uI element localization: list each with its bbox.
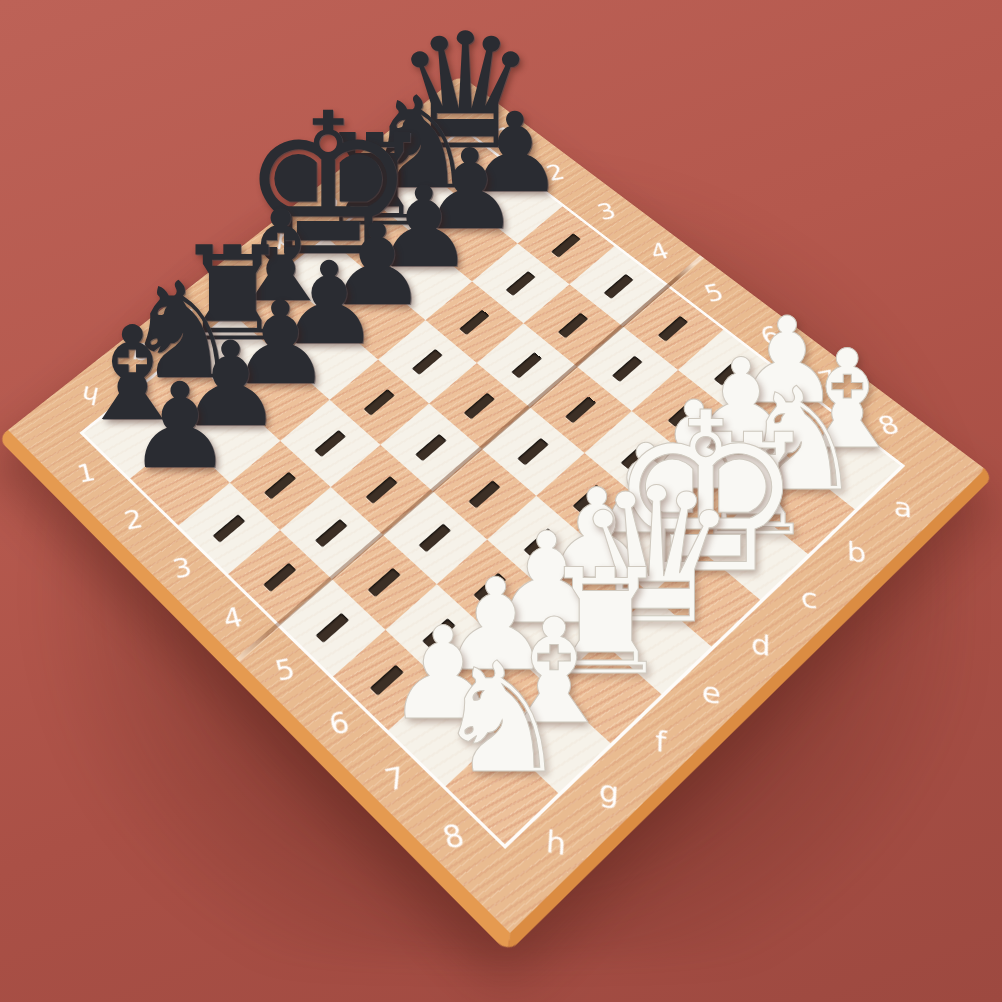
piece-white-knight-h8[interactable]: ♞ — [434, 642, 570, 794]
rank-label-3-bottom-left: 3 — [170, 553, 194, 582]
piece-slot — [368, 567, 401, 596]
piece-slot — [604, 273, 634, 298]
rank-label-8-bottom-left: 8 — [439, 819, 468, 853]
piece-slot — [315, 518, 348, 547]
piece-slot — [263, 562, 296, 591]
rank-label-1-bottom-left: 1 — [75, 459, 98, 486]
piece-slot — [264, 471, 296, 499]
file-label-a-bottom-right: a — [893, 493, 913, 521]
file-label-e-bottom-right: e — [702, 677, 722, 708]
piece-slot — [558, 312, 588, 338]
piece-slot — [366, 475, 398, 503]
piece-slot — [658, 315, 688, 341]
file-label-g-bottom-right: g — [599, 775, 620, 808]
piece-slot — [506, 270, 536, 295]
piece-slot — [419, 523, 452, 552]
file-label-h-bottom-right: h — [546, 826, 568, 860]
file-label-f-bottom-right: f — [655, 726, 667, 757]
rank-label-7-bottom-left: 7 — [381, 762, 409, 795]
piece-slot — [213, 514, 246, 542]
piece-slot — [468, 480, 500, 508]
piece-slot — [314, 429, 346, 456]
rank-label-4-top-right: 4 — [646, 239, 672, 263]
piece-slot — [551, 233, 581, 257]
photo-scene: 1122334455667788aabbccddeeffgghh ♛♞♟♜♟♚♟… — [0, 0, 1002, 1002]
file-label-d-bottom-right: d — [751, 629, 771, 659]
rank-label-6-bottom-left: 6 — [325, 707, 352, 739]
file-label-b-bottom-right: b — [847, 537, 867, 566]
rank-label-5-bottom-left: 5 — [272, 654, 298, 685]
rank-label-5-top-right: 5 — [700, 280, 727, 305]
piece-slot — [517, 437, 549, 465]
piece-slot — [412, 348, 443, 374]
piece-slot — [464, 392, 495, 419]
rank-label-3-top-right: 3 — [594, 199, 619, 223]
piece-slot — [511, 352, 542, 378]
piece-black-pawn-h2[interactable]: ♟ — [127, 366, 233, 484]
piece-slot — [364, 388, 395, 415]
piece-slot — [415, 433, 447, 460]
rank-label-4-bottom-left: 4 — [220, 603, 245, 633]
piece-slot — [316, 612, 350, 642]
rank-label-2-bottom-left: 2 — [121, 505, 144, 533]
piece-slot — [459, 309, 489, 334]
